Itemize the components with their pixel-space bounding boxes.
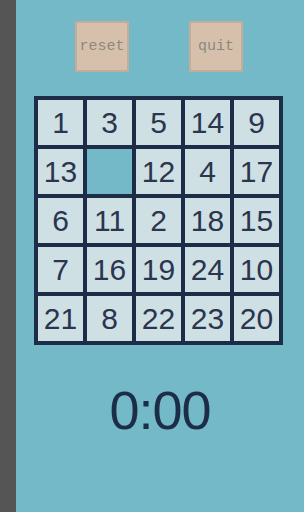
tile-16[interactable]: 16 [87, 247, 132, 292]
tile-22[interactable]: 22 [136, 296, 181, 341]
tile-20[interactable]: 20 [234, 296, 279, 341]
tile-19[interactable]: 19 [136, 247, 181, 292]
tile-13[interactable]: 13 [38, 149, 83, 194]
tile-5[interactable]: 5 [136, 100, 181, 145]
tile-15[interactable]: 15 [234, 198, 279, 243]
tile-23[interactable]: 23 [185, 296, 230, 341]
tile-1[interactable]: 1 [38, 100, 83, 145]
tile-2[interactable]: 2 [136, 198, 181, 243]
app-screen: reset quit 13514913124176112181571619241… [16, 0, 304, 512]
tile-9[interactable]: 9 [234, 100, 279, 145]
reset-button[interactable]: reset [75, 21, 129, 72]
tile-10[interactable]: 10 [234, 247, 279, 292]
tile-14[interactable]: 14 [185, 100, 230, 145]
quit-button[interactable]: quit [189, 21, 243, 72]
tile-7[interactable]: 7 [38, 247, 83, 292]
tile-18[interactable]: 18 [185, 198, 230, 243]
tile-11[interactable]: 11 [87, 198, 132, 243]
timer-display: 0:00 [16, 383, 304, 437]
tile-17[interactable]: 17 [234, 149, 279, 194]
empty-cell [87, 149, 132, 194]
tile-6[interactable]: 6 [38, 198, 83, 243]
tile-24[interactable]: 24 [185, 247, 230, 292]
tile-4[interactable]: 4 [185, 149, 230, 194]
tile-8[interactable]: 8 [87, 296, 132, 341]
puzzle-board: 135149131241761121815716192410218222320 [34, 96, 283, 345]
tile-3[interactable]: 3 [87, 100, 132, 145]
tile-21[interactable]: 21 [38, 296, 83, 341]
tile-12[interactable]: 12 [136, 149, 181, 194]
